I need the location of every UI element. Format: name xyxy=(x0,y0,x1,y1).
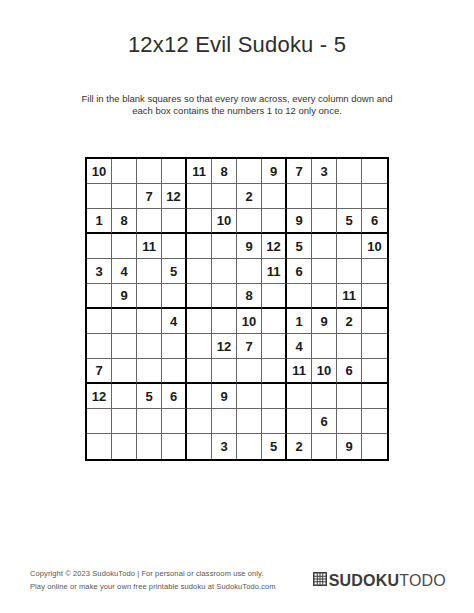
cell-r10c7[interactable] xyxy=(237,384,262,409)
cell-r12c8: 5 xyxy=(262,434,287,459)
cell-r11c1[interactable] xyxy=(87,409,112,434)
cell-r7c11: 2 xyxy=(337,309,362,334)
cell-r9c11: 6 xyxy=(337,359,362,384)
cell-r10c11[interactable] xyxy=(337,384,362,409)
cell-r3c12: 6 xyxy=(362,209,387,234)
cell-r1c7[interactable] xyxy=(237,159,262,184)
cell-r2c7: 2 xyxy=(237,184,262,209)
cell-r7c12[interactable] xyxy=(362,309,387,334)
cell-r1c1: 10 xyxy=(87,159,112,184)
cell-r3c10[interactable] xyxy=(312,209,337,234)
cell-r8c8[interactable] xyxy=(262,334,287,359)
cell-r9c9: 11 xyxy=(287,359,312,384)
cell-r1c11[interactable] xyxy=(337,159,362,184)
cell-r6c4[interactable] xyxy=(162,284,187,309)
cell-r10c9[interactable] xyxy=(287,384,312,409)
cell-r11c4[interactable] xyxy=(162,409,187,434)
cell-r1c10: 3 xyxy=(312,159,337,184)
cell-r1c9: 7 xyxy=(287,159,312,184)
cell-r9c3[interactable] xyxy=(137,359,162,384)
cell-r2c9[interactable] xyxy=(287,184,312,209)
cell-r6c5[interactable] xyxy=(187,284,212,309)
cell-r10c5[interactable] xyxy=(187,384,212,409)
cell-r11c12[interactable] xyxy=(362,409,387,434)
cell-r8c4[interactable] xyxy=(162,334,187,359)
cell-r7c5[interactable] xyxy=(187,309,212,334)
cell-r5c9: 6 xyxy=(287,259,312,284)
cell-r4c2[interactable] xyxy=(112,234,137,259)
cell-r8c2[interactable] xyxy=(112,334,137,359)
copyright: Copyright © 2023 SudokuTodo | For person… xyxy=(30,568,276,593)
cell-r2c1[interactable] xyxy=(87,184,112,209)
cell-r11c11[interactable] xyxy=(337,409,362,434)
cell-r2c4: 12 xyxy=(162,184,187,209)
cell-r9c12[interactable] xyxy=(362,359,387,384)
cell-r2c6[interactable] xyxy=(212,184,237,209)
cell-r7c8[interactable] xyxy=(262,309,287,334)
sudoku-board: 1011897371221810956119125103451169811410… xyxy=(85,157,389,461)
cell-r3c7[interactable] xyxy=(237,209,262,234)
cell-r3c1: 1 xyxy=(87,209,112,234)
cell-r8c3[interactable] xyxy=(137,334,162,359)
cell-r12c12[interactable] xyxy=(362,434,387,459)
sudoku-grid-icon xyxy=(313,572,327,590)
cell-r7c3[interactable] xyxy=(137,309,162,334)
cell-r4c3: 11 xyxy=(137,234,162,259)
cell-r5c4: 5 xyxy=(162,259,187,284)
cell-r7c1[interactable] xyxy=(87,309,112,334)
cell-r3c3[interactable] xyxy=(137,209,162,234)
cell-r2c11[interactable] xyxy=(337,184,362,209)
cell-r11c5[interactable] xyxy=(187,409,212,434)
cell-r4c7: 9 xyxy=(237,234,262,259)
cell-r2c10[interactable] xyxy=(312,184,337,209)
cell-r8c1[interactable] xyxy=(87,334,112,359)
cell-r4c6[interactable] xyxy=(212,234,237,259)
cell-r8c12[interactable] xyxy=(362,334,387,359)
cell-r10c4: 6 xyxy=(162,384,187,409)
cell-r12c2[interactable] xyxy=(112,434,137,459)
cell-r1c8: 9 xyxy=(262,159,287,184)
page-title: 12x12 Evil Sudoku - 5 xyxy=(0,0,474,58)
cell-r11c8[interactable] xyxy=(262,409,287,434)
cell-r5c3[interactable] xyxy=(137,259,162,284)
cell-r4c1[interactable] xyxy=(87,234,112,259)
cell-r6c11: 11 xyxy=(337,284,362,309)
cell-r3c9: 9 xyxy=(287,209,312,234)
cell-r2c2[interactable] xyxy=(112,184,137,209)
cell-r6c3[interactable] xyxy=(137,284,162,309)
footer: Copyright © 2023 SudokuTodo | For person… xyxy=(30,568,446,593)
cell-r3c11: 5 xyxy=(337,209,362,234)
cell-r6c6[interactable] xyxy=(212,284,237,309)
cell-r3c8[interactable] xyxy=(262,209,287,234)
cell-r1c2[interactable] xyxy=(112,159,137,184)
cell-r9c5[interactable] xyxy=(187,359,212,384)
cell-r6c8[interactable] xyxy=(262,284,287,309)
cell-r5c11[interactable] xyxy=(337,259,362,284)
cell-r7c7: 10 xyxy=(237,309,262,334)
cell-r6c7: 8 xyxy=(237,284,262,309)
sudokutodo-logo: SUDOKUTODO xyxy=(313,572,446,593)
cell-r3c4[interactable] xyxy=(162,209,187,234)
cell-r7c4: 4 xyxy=(162,309,187,334)
cell-r10c12[interactable] xyxy=(362,384,387,409)
cell-r1c5: 11 xyxy=(187,159,212,184)
cell-r12c4[interactable] xyxy=(162,434,187,459)
copyright-line-1: Copyright © 2023 SudokuTodo | For person… xyxy=(30,568,276,581)
cell-r11c7[interactable] xyxy=(237,409,262,434)
cell-r9c10: 10 xyxy=(312,359,337,384)
logo-text-todo: TODO xyxy=(399,572,446,589)
cell-r2c8[interactable] xyxy=(262,184,287,209)
cell-r10c10[interactable] xyxy=(312,384,337,409)
cell-r11c3[interactable] xyxy=(137,409,162,434)
instructions: Fill in the blank squares so that every … xyxy=(0,93,474,117)
cell-r12c3[interactable] xyxy=(137,434,162,459)
cell-r9c2[interactable] xyxy=(112,359,137,384)
cell-r8c10[interactable] xyxy=(312,334,337,359)
cell-r4c12: 10 xyxy=(362,234,387,259)
cell-r11c6[interactable] xyxy=(212,409,237,434)
cell-r10c2[interactable] xyxy=(112,384,137,409)
cell-r9c4[interactable] xyxy=(162,359,187,384)
cell-r5c1: 3 xyxy=(87,259,112,284)
cell-r5c2: 4 xyxy=(112,259,137,284)
cell-r8c5[interactable] xyxy=(187,334,212,359)
cell-r5c12[interactable] xyxy=(362,259,387,284)
logo-text: SUDOKUTODO xyxy=(329,572,446,590)
copyright-line-2: Play online or make your own free printa… xyxy=(30,581,276,594)
cell-r3c5[interactable] xyxy=(187,209,212,234)
cell-r7c10: 9 xyxy=(312,309,337,334)
cell-r6c10[interactable] xyxy=(312,284,337,309)
cell-r1c4[interactable] xyxy=(162,159,187,184)
cell-r12c9: 2 xyxy=(287,434,312,459)
cell-r11c9[interactable] xyxy=(287,409,312,434)
cell-r4c8: 12 xyxy=(262,234,287,259)
cell-r10c6: 9 xyxy=(212,384,237,409)
cell-r9c8[interactable] xyxy=(262,359,287,384)
printable-sudoku-page: 12x12 Evil Sudoku - 5 Fill in the blank … xyxy=(0,0,474,613)
cell-r4c10[interactable] xyxy=(312,234,337,259)
cell-r7c9: 1 xyxy=(287,309,312,334)
cell-r12c5[interactable] xyxy=(187,434,212,459)
cell-r12c1[interactable] xyxy=(87,434,112,459)
cell-r2c5[interactable] xyxy=(187,184,212,209)
cell-r3c6: 10 xyxy=(212,209,237,234)
cell-r12c11: 9 xyxy=(337,434,362,459)
cell-r8c9: 4 xyxy=(287,334,312,359)
cell-r4c9: 5 xyxy=(287,234,312,259)
cell-r6c12[interactable] xyxy=(362,284,387,309)
cell-r5c8: 11 xyxy=(262,259,287,284)
cell-r4c4[interactable] xyxy=(162,234,187,259)
cell-r10c3: 5 xyxy=(137,384,162,409)
cell-r5c10[interactable] xyxy=(312,259,337,284)
cell-r9c1: 7 xyxy=(87,359,112,384)
cell-r12c10[interactable] xyxy=(312,434,337,459)
cell-r8c11[interactable] xyxy=(337,334,362,359)
cell-r9c7[interactable] xyxy=(237,359,262,384)
cell-r5c7[interactable] xyxy=(237,259,262,284)
cell-r3c2: 8 xyxy=(112,209,137,234)
cell-r12c6: 3 xyxy=(212,434,237,459)
cell-r4c11[interactable] xyxy=(337,234,362,259)
logo-text-sudoku: SUDOKU xyxy=(329,572,400,589)
cell-r6c9[interactable] xyxy=(287,284,312,309)
cell-r5c6[interactable] xyxy=(212,259,237,284)
cell-r7c2[interactable] xyxy=(112,309,137,334)
instructions-line-1: Fill in the blank squares so that every … xyxy=(0,93,474,105)
cell-r8c7: 7 xyxy=(237,334,262,359)
cell-r12c7[interactable] xyxy=(237,434,262,459)
cell-r9c6[interactable] xyxy=(212,359,237,384)
cell-r10c8[interactable] xyxy=(262,384,287,409)
instructions-line-2: each box contains the numbers 1 to 12 on… xyxy=(0,105,474,117)
cell-r4c5[interactable] xyxy=(187,234,212,259)
cell-r6c2: 9 xyxy=(112,284,137,309)
cell-r11c2[interactable] xyxy=(112,409,137,434)
cell-r1c6: 8 xyxy=(212,159,237,184)
cell-r1c12[interactable] xyxy=(362,159,387,184)
cell-r7c6[interactable] xyxy=(212,309,237,334)
cell-r1c3[interactable] xyxy=(137,159,162,184)
cell-r8c6: 12 xyxy=(212,334,237,359)
cell-r6c1[interactable] xyxy=(87,284,112,309)
cell-r2c12[interactable] xyxy=(362,184,387,209)
cell-r5c5[interactable] xyxy=(187,259,212,284)
cell-r11c10: 6 xyxy=(312,409,337,434)
cell-r10c1: 12 xyxy=(87,384,112,409)
cell-r2c3: 7 xyxy=(137,184,162,209)
